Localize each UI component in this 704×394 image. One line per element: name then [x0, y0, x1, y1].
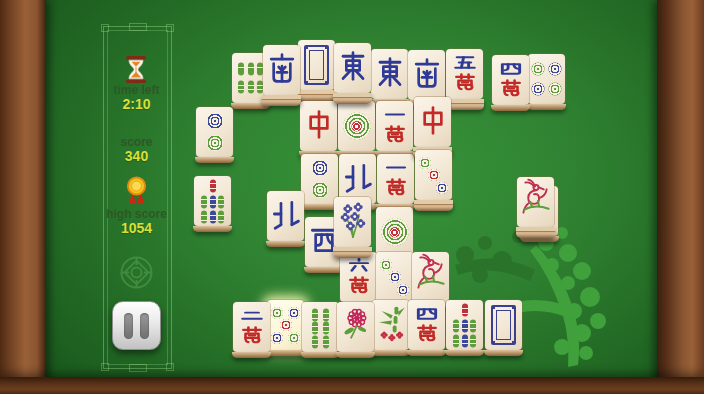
tile-seven-bamboo[interactable] [194, 176, 231, 226]
tile-two-characters[interactable] [233, 302, 270, 352]
circle-pip [548, 63, 561, 76]
circle-pip [428, 169, 440, 181]
circle-pip [389, 271, 401, 283]
tile-side [484, 350, 523, 356]
tile-one-circle[interactable] [376, 207, 413, 257]
tile-character [338, 50, 368, 86]
tile-characters [376, 101, 413, 151]
tile-face [337, 302, 374, 352]
tile-face [340, 252, 377, 302]
tile-face [408, 50, 445, 100]
pause-button[interactable] [112, 301, 161, 350]
circle-pip [436, 182, 448, 194]
tile-side [491, 105, 530, 111]
tile-side [371, 350, 410, 356]
tile-side [304, 267, 343, 273]
tile-characters [408, 300, 445, 350]
tile-side [516, 227, 555, 238]
tile-face [446, 49, 483, 99]
tile-six-bamboo[interactable] [302, 302, 339, 352]
tile-face [371, 49, 408, 99]
circle-pip [312, 182, 328, 198]
circle-pip [397, 284, 409, 296]
bamboo-stick [323, 308, 329, 321]
bamboo-stick [201, 211, 207, 224]
tile-side [336, 352, 375, 358]
tile-side [297, 90, 336, 101]
circle-pip [280, 319, 292, 331]
tile-red-dragon[interactable] [414, 97, 451, 147]
circle-pip [312, 160, 328, 176]
tile-face [377, 154, 414, 204]
tile-four-circles[interactable] [528, 54, 565, 104]
bamboo-stick [257, 81, 263, 94]
tile-east-wind[interactable] [371, 49, 408, 99]
tile-side [266, 350, 305, 356]
tile-five-circles[interactable] [267, 300, 304, 350]
circle-pip [207, 135, 223, 151]
tile-side [232, 352, 271, 358]
tile-red-dragon[interactable] [300, 101, 337, 151]
tile-side [193, 226, 232, 232]
circle-pip [288, 307, 300, 319]
tile-character [375, 56, 405, 92]
tile-side [527, 104, 566, 110]
bamboo-stick [218, 211, 224, 224]
tile-white-dragon[interactable] [485, 300, 522, 350]
tile-face [415, 150, 452, 200]
tile-one-character[interactable] [377, 154, 414, 204]
tile-character [412, 57, 442, 93]
tile-one-circle[interactable] [338, 101, 375, 151]
tile-four-characters[interactable] [408, 300, 445, 350]
bamboo-stick [453, 335, 459, 348]
tile-two-circles[interactable] [196, 107, 233, 157]
bamboo-stick [210, 196, 216, 209]
bamboo-stick [312, 322, 318, 335]
wood-frame-left [0, 0, 46, 394]
high-score-value: 1054 [103, 221, 170, 236]
bamboo-stick [248, 63, 254, 76]
tile-face [372, 300, 409, 350]
tile-face [376, 207, 413, 257]
hourglass-icon [124, 56, 148, 83]
tile-north-wind[interactable] [267, 191, 304, 241]
circle-pip [548, 83, 561, 96]
tile-face [334, 43, 371, 93]
tile-side [407, 350, 446, 356]
circle-pip [271, 307, 283, 319]
tile-chrysanthemum-flower[interactable] [337, 302, 374, 352]
tile-character [304, 108, 334, 144]
tile-face [528, 54, 565, 104]
tile-one-bamboo-bird-[interactable] [412, 252, 449, 302]
tile-six-characters[interactable] [340, 252, 377, 302]
tile-characters [233, 302, 270, 352]
circle-pip [532, 83, 545, 96]
bamboo-stick [470, 335, 476, 348]
pause-bar [140, 313, 149, 339]
bamboo-stick [218, 196, 224, 209]
tile-face [414, 97, 451, 147]
knot-ornament [117, 253, 156, 292]
tile-seven-bamboo[interactable] [446, 300, 483, 350]
tile-face [517, 177, 554, 227]
bamboo-stick [238, 63, 244, 76]
score-value: 340 [103, 149, 170, 164]
circle-pip [271, 332, 283, 344]
circle-pip [288, 332, 300, 344]
bamboo-stick [462, 335, 468, 348]
tile-four-characters[interactable] [492, 55, 529, 105]
white-dragon-frame [491, 305, 516, 345]
tile-face [334, 197, 371, 247]
tile-face [267, 191, 304, 241]
tile-face [302, 302, 339, 352]
time-left-value: 2:10 [103, 97, 170, 112]
tile-side [333, 93, 372, 104]
bambooplant-illustration [375, 302, 406, 348]
tile-orchid-flower[interactable] [334, 197, 371, 247]
wood-frame-right [657, 0, 704, 394]
tile-face [376, 252, 413, 302]
tile-south-wind[interactable] [263, 45, 300, 95]
bamboo-stick [453, 320, 459, 333]
bamboo-stick [238, 81, 244, 94]
bamboo-stick [323, 322, 329, 335]
tile-face [298, 40, 335, 90]
tile-face [267, 300, 304, 350]
bamboo-stick [462, 320, 468, 333]
tile-side [195, 157, 234, 163]
orchid-illustration [337, 199, 368, 245]
tile-three-circles[interactable] [376, 252, 413, 302]
bamboo-stick [257, 63, 263, 76]
tile-east-wind[interactable] [334, 43, 371, 93]
tile-two-circles[interactable] [301, 154, 338, 204]
tile-characters [377, 154, 414, 204]
bamboo-stick [312, 335, 318, 348]
tile-side [266, 241, 305, 247]
tile-character [271, 198, 301, 234]
tile-side [333, 247, 372, 258]
tile-one-character[interactable] [376, 101, 413, 151]
pause-bar [124, 313, 133, 339]
tile-face [485, 300, 522, 350]
bamboo-stick [248, 81, 254, 94]
bamboo-stick [312, 308, 318, 321]
tile-five-characters[interactable] [446, 49, 483, 99]
bamboo-stick [201, 196, 207, 209]
tile-face [376, 101, 413, 151]
tile-face [196, 107, 233, 157]
circle-pip [532, 63, 545, 76]
tile-side [301, 352, 340, 358]
bird-illustration [520, 178, 551, 226]
circle-pip [419, 157, 431, 169]
tile-face [301, 154, 338, 204]
bamboo-stick [210, 211, 216, 224]
tile-face [492, 55, 529, 105]
bamboo-stick [323, 335, 329, 348]
white-dragon-frame [304, 45, 329, 85]
tile-characters [340, 252, 377, 302]
tile-side [414, 200, 453, 211]
medal-icon [123, 176, 150, 207]
tile-bamboo-flower[interactable] [372, 300, 409, 350]
tile-characters [446, 49, 483, 99]
tile-side [262, 95, 301, 106]
tile-three-circles[interactable] [415, 150, 452, 200]
tile-one-bamboo-bird-[interactable] [517, 177, 554, 227]
tile-face [338, 101, 375, 151]
tile-character [418, 104, 448, 140]
circle-pip [381, 219, 408, 246]
bird-illustration [415, 253, 446, 301]
tile-face [408, 300, 445, 350]
chrys-illustration [340, 304, 371, 350]
bamboo-stick [470, 320, 476, 333]
circle-pip [207, 113, 223, 129]
tile-south-wind[interactable] [408, 50, 445, 100]
tile-character [343, 161, 373, 197]
tile-face [233, 302, 270, 352]
tile-characters [492, 55, 529, 105]
tile-face [446, 300, 483, 350]
tile-face [300, 101, 337, 151]
circle-pip [380, 259, 392, 271]
tile-white-dragon[interactable] [298, 40, 335, 90]
tile-face [263, 45, 300, 95]
mahjong-game-screen: time left 2:10 score 340 high score 1054 [0, 0, 704, 394]
tile-character [267, 52, 297, 88]
wood-frame-bottom [0, 377, 704, 394]
bamboo-stick [462, 304, 468, 317]
tile-side [445, 350, 484, 356]
circle-pip [343, 113, 370, 140]
tile-face [412, 252, 449, 302]
tile-face [194, 176, 231, 226]
bamboo-stick [210, 180, 216, 193]
